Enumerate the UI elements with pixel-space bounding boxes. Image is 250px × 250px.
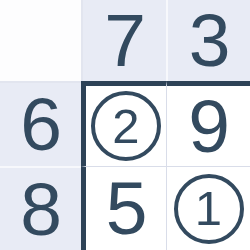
value-r1c2-label: 9	[188, 89, 229, 164]
column-clue-1-label: 7	[104, 3, 145, 78]
value-r1c1-label: 2	[112, 102, 139, 151]
column-clue-2-label: 3	[189, 3, 230, 78]
value-cell-r1c1[interactable]: 2	[81, 81, 166, 166]
row-clue-1-label: 6	[20, 87, 61, 162]
row-clue-2: 8	[0, 166, 81, 250]
value-r2c1-label: 5	[106, 171, 147, 246]
value-cell-r2c1[interactable]: 5	[81, 166, 166, 250]
kept-circle-r2c2: 1	[174, 174, 244, 244]
value-cell-r2c2[interactable]: 1	[166, 166, 250, 250]
corner-cell	[0, 0, 81, 81]
value-cell-r1c2[interactable]: 9	[166, 81, 250, 166]
column-clue-1: 7	[81, 0, 166, 81]
column-clue-2: 3	[166, 0, 250, 81]
number-sums-board: 7 3 6 2 9 8 5 1	[0, 0, 250, 250]
value-r2c2-label: 1	[195, 184, 222, 233]
row-clue-1: 6	[0, 81, 81, 166]
row-clue-2-label: 8	[20, 172, 61, 247]
kept-circle-r1c1: 2	[91, 91, 161, 161]
